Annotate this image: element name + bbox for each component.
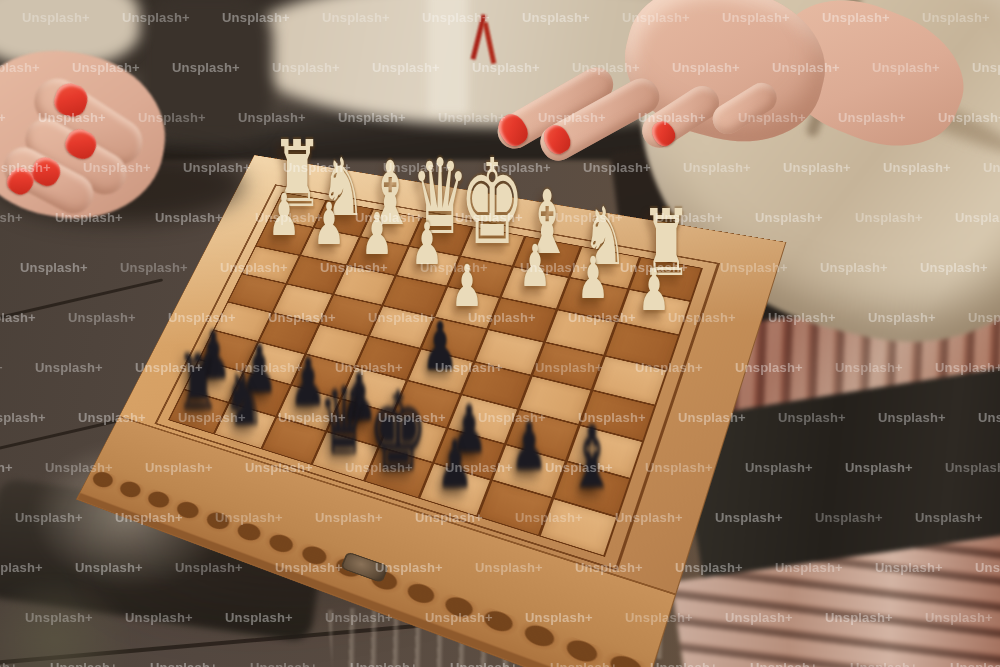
piece-bN-b1[interactable]: ♞	[201, 361, 288, 435]
piece-bP-f1[interactable]: ♟	[411, 432, 498, 498]
piece-wP-e6[interactable]: ♟	[423, 257, 510, 315]
piece-wP-h7[interactable]: ♟	[611, 261, 698, 319]
photo-scene: ♜♞♝♛♚♝♞♜♟♟♟♟♟♟♟♟♟♟♟♟♟♟♟♝♜♞♛♚♟ Unsplash+U…	[0, 0, 1000, 667]
shirt-placket	[428, 0, 468, 114]
piece-bB-h2[interactable]: ♝	[548, 414, 635, 500]
